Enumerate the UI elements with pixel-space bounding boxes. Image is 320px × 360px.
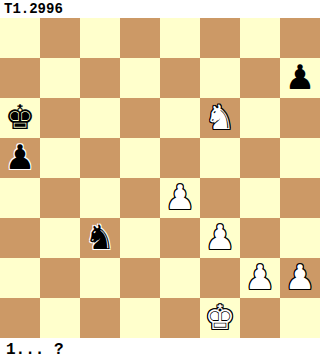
square-e6[interactable]: [160, 98, 200, 138]
square-e3[interactable]: [160, 218, 200, 258]
square-b6[interactable]: [40, 98, 80, 138]
puzzle-title: T1.2996: [4, 1, 63, 17]
square-f6[interactable]: ♞: [200, 98, 240, 138]
square-h8[interactable]: [280, 18, 320, 58]
chess-board: ♟♚♞♟♟♞♟♟♟♚: [0, 18, 320, 338]
square-g6[interactable]: [240, 98, 280, 138]
square-d3[interactable]: [120, 218, 160, 258]
square-c5[interactable]: [80, 138, 120, 178]
square-g4[interactable]: [240, 178, 280, 218]
square-h2[interactable]: ♟: [280, 258, 320, 298]
square-d6[interactable]: [120, 98, 160, 138]
square-b5[interactable]: [40, 138, 80, 178]
square-f2[interactable]: [200, 258, 240, 298]
square-g7[interactable]: [240, 58, 280, 98]
square-a7[interactable]: [0, 58, 40, 98]
square-a1[interactable]: [0, 298, 40, 338]
square-c6[interactable]: [80, 98, 120, 138]
square-a8[interactable]: [0, 18, 40, 58]
square-f4[interactable]: [200, 178, 240, 218]
black-king[interactable]: ♚: [5, 97, 35, 137]
black-pawn[interactable]: ♟: [285, 57, 315, 97]
square-h1[interactable]: [280, 298, 320, 338]
square-a3[interactable]: [0, 218, 40, 258]
square-f8[interactable]: [200, 18, 240, 58]
square-h7[interactable]: ♟: [280, 58, 320, 98]
square-e5[interactable]: [160, 138, 200, 178]
square-c7[interactable]: [80, 58, 120, 98]
white-pawn[interactable]: ♟: [285, 257, 315, 297]
square-c2[interactable]: [80, 258, 120, 298]
square-h4[interactable]: [280, 178, 320, 218]
square-f3[interactable]: ♟: [200, 218, 240, 258]
square-e8[interactable]: [160, 18, 200, 58]
square-c4[interactable]: [80, 178, 120, 218]
square-e7[interactable]: [160, 58, 200, 98]
square-g1[interactable]: [240, 298, 280, 338]
square-h3[interactable]: [280, 218, 320, 258]
square-b8[interactable]: [40, 18, 80, 58]
white-knight[interactable]: ♞: [205, 97, 235, 137]
square-b2[interactable]: [40, 258, 80, 298]
square-c8[interactable]: [80, 18, 120, 58]
square-a5[interactable]: ♟: [0, 138, 40, 178]
square-b4[interactable]: [40, 178, 80, 218]
square-d8[interactable]: [120, 18, 160, 58]
square-c1[interactable]: [80, 298, 120, 338]
move-prompt: 1... ?: [6, 341, 64, 359]
square-d2[interactable]: [120, 258, 160, 298]
square-d7[interactable]: [120, 58, 160, 98]
square-d1[interactable]: [120, 298, 160, 338]
square-f1[interactable]: ♚: [200, 298, 240, 338]
white-pawn[interactable]: ♟: [245, 257, 275, 297]
square-f5[interactable]: [200, 138, 240, 178]
square-a2[interactable]: [0, 258, 40, 298]
square-d5[interactable]: [120, 138, 160, 178]
square-h6[interactable]: [280, 98, 320, 138]
white-pawn[interactable]: ♟: [165, 177, 195, 217]
square-c3[interactable]: ♞: [80, 218, 120, 258]
square-d4[interactable]: [120, 178, 160, 218]
square-a6[interactable]: ♚: [0, 98, 40, 138]
square-a4[interactable]: [0, 178, 40, 218]
square-b3[interactable]: [40, 218, 80, 258]
square-g5[interactable]: [240, 138, 280, 178]
square-e2[interactable]: [160, 258, 200, 298]
square-g8[interactable]: [240, 18, 280, 58]
square-h5[interactable]: [280, 138, 320, 178]
white-king[interactable]: ♚: [205, 297, 235, 337]
square-b7[interactable]: [40, 58, 80, 98]
square-g3[interactable]: [240, 218, 280, 258]
white-pawn[interactable]: ♟: [205, 217, 235, 257]
square-e1[interactable]: [160, 298, 200, 338]
square-g2[interactable]: ♟: [240, 258, 280, 298]
square-f7[interactable]: [200, 58, 240, 98]
square-e4[interactable]: ♟: [160, 178, 200, 218]
black-knight[interactable]: ♞: [85, 217, 115, 257]
black-pawn[interactable]: ♟: [5, 137, 35, 177]
square-b1[interactable]: [40, 298, 80, 338]
